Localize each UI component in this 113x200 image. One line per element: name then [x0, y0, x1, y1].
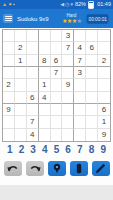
numpad-key-3[interactable]: 3 [30, 142, 36, 158]
sudoku-cell-r5c9[interactable] [98, 79, 110, 91]
status-bar: ▲ ✦ ▪ ◀ ◷ ▾ 82% 01:49 [0, 0, 113, 9]
pencil-icon [95, 163, 106, 174]
sudoku-cell-r4c8[interactable] [86, 67, 98, 79]
numpad-key-8[interactable]: 8 [89, 142, 95, 158]
sudoku-cell-r2c6[interactable]: 7 [62, 42, 74, 54]
sudoku-cell-r1c8[interactable] [86, 30, 98, 42]
sudoku-cell-r4c3[interactable] [27, 67, 39, 79]
sudoku-cell-r4c2[interactable] [15, 67, 27, 79]
redo-button[interactable] [26, 161, 44, 176]
sudoku-cell-r2c9[interactable] [98, 42, 110, 54]
sudoku-cell-r5c5[interactable] [51, 79, 63, 91]
sudoku-cell-r9c5[interactable] [51, 129, 63, 141]
battery-percent: 82% [75, 0, 86, 8]
sudoku-cell-r2c8[interactable]: 6 [86, 42, 98, 54]
sudoku-cell-r1c4[interactable] [39, 30, 51, 42]
sudoku-cell-r3c2[interactable]: 1 [15, 55, 27, 67]
sudoku-cell-r1c7[interactable] [74, 30, 86, 42]
sudoku-cell-r5c4[interactable]: 1 [39, 79, 51, 91]
sudoku-cell-r6c8[interactable] [86, 92, 98, 104]
sudoku-cell-r3c8[interactable] [86, 55, 98, 67]
sudoku-cell-r4c1[interactable] [3, 67, 15, 79]
sudoku-cell-r2c3[interactable] [27, 42, 39, 54]
numpad-key-5[interactable]: 5 [54, 142, 60, 158]
title-bar: Sudoku 9x9 Hard ★★★★ 00:00:01 [0, 9, 113, 28]
sudoku-cell-r6c7[interactable] [74, 92, 86, 104]
status-time: 01:49 [97, 0, 111, 8]
sudoku-cell-r7c9[interactable]: 6 [98, 104, 110, 116]
sudoku-cell-r7c7[interactable] [74, 104, 86, 116]
sudoku-cell-r6c3[interactable]: 6 [27, 92, 39, 104]
sudoku-cell-r8c8[interactable] [86, 116, 98, 128]
sudoku-cell-r8c3[interactable]: 7 [27, 116, 39, 128]
sudoku-board: 32746186727321964967149 [2, 29, 111, 142]
status-system-icons: ◀ ◷ ▾ 82% 01:49 [60, 0, 111, 9]
numpad-key-4[interactable]: 4 [42, 142, 48, 158]
sudoku-cell-r9c1[interactable] [3, 129, 15, 141]
sudoku-cell-r7c8[interactable] [86, 104, 98, 116]
sudoku-cell-r6c6[interactable] [62, 92, 74, 104]
sudoku-cell-r1c3[interactable] [27, 30, 39, 42]
sudoku-cell-r4c4[interactable] [39, 67, 51, 79]
sudoku-cell-r7c6[interactable] [62, 104, 74, 116]
sudoku-cell-r8c2[interactable] [15, 116, 27, 128]
sudoku-cell-r5c8[interactable] [86, 79, 98, 91]
numpad-key-1[interactable]: 1 [7, 142, 13, 158]
sudoku-cell-r2c7[interactable]: 4 [74, 42, 86, 54]
sudoku-cell-r6c1[interactable] [3, 92, 15, 104]
sudoku-cell-r1c6[interactable]: 3 [62, 30, 74, 42]
sudoku-cell-r3c1[interactable] [3, 55, 15, 67]
status-notification-icons: ▲ ✦ ▪ [2, 0, 15, 9]
sudoku-cell-r3c3[interactable] [27, 55, 39, 67]
sudoku-cell-r5c7[interactable] [74, 79, 86, 91]
sudoku-cell-r3c6[interactable] [62, 55, 74, 67]
pencil-button[interactable] [92, 161, 110, 176]
eraser-icon [74, 163, 84, 174]
sudoku-cell-r5c1[interactable]: 2 [3, 79, 15, 91]
sudoku-cell-r6c5[interactable] [51, 92, 63, 104]
sudoku-cell-r4c7[interactable]: 3 [74, 67, 86, 79]
toolbar [0, 161, 113, 176]
sudoku-cell-r1c1[interactable] [3, 30, 15, 42]
sudoku-cell-r3c9[interactable]: 2 [98, 55, 110, 67]
sudoku-cell-r9c8[interactable] [86, 129, 98, 141]
hint-pin-icon [53, 163, 61, 174]
sudoku-cell-r8c7[interactable] [74, 116, 86, 128]
sudoku-cell-r2c4[interactable] [39, 42, 51, 54]
sudoku-cell-r5c6[interactable]: 9 [62, 79, 74, 91]
sudoku-cell-r7c5[interactable] [51, 104, 63, 116]
notification-icon-2: ✦ [8, 0, 12, 9]
notification-icon-3: ▪ [13, 0, 15, 9]
alarm-icon: ◷ [65, 0, 69, 9]
sudoku-cell-r7c2[interactable] [15, 104, 27, 116]
star-filled-icon: ★ [72, 18, 77, 24]
hint-button[interactable] [48, 161, 66, 176]
sudoku-cell-r8c1[interactable] [3, 116, 15, 128]
numpad-key-2[interactable]: 2 [19, 142, 25, 158]
data-icon: ▾ [70, 0, 73, 9]
sudoku-cell-r1c2[interactable] [15, 30, 27, 42]
page-title: Sudoku 9x9 [17, 16, 49, 22]
sudoku-cell-r2c1[interactable] [3, 42, 15, 54]
battery-icon [88, 1, 94, 9]
sudoku-cell-r8c9[interactable]: 1 [98, 116, 110, 128]
silent-icon: ◀ [60, 0, 64, 9]
sudoku-cell-r7c3[interactable] [27, 104, 39, 116]
app-window: ▲ ✦ ▪ ◀ ◷ ▾ 82% 01:49 Sudoku 9x9 Hard ★★… [0, 0, 113, 200]
sudoku-cell-r7c1[interactable]: 9 [3, 104, 15, 116]
sudoku-cell-r6c4[interactable]: 4 [39, 92, 51, 104]
sudoku-cell-r9c4[interactable] [39, 129, 51, 141]
sudoku-cell-r1c5[interactable] [51, 30, 63, 42]
difficulty-label: Hard [67, 13, 77, 18]
hamburger-icon [5, 16, 12, 17]
sudoku-cell-r8c5[interactable] [51, 116, 63, 128]
redo-icon [29, 164, 41, 173]
sudoku-cell-r9c2[interactable] [15, 129, 27, 141]
notification-icon-1: ▲ [2, 0, 7, 9]
numpad-key-6[interactable]: 6 [65, 142, 71, 158]
undo-button[interactable] [4, 161, 22, 176]
star-empty-icon: ★ [77, 18, 82, 24]
sudoku-cell-r9c9[interactable]: 9 [98, 129, 110, 141]
sudoku-cell-r5c2[interactable] [15, 79, 27, 91]
spacer [0, 176, 113, 185]
difficulty-indicator: Hard ★★★★ [62, 13, 82, 24]
sudoku-cell-r4c5[interactable]: 7 [51, 67, 63, 79]
sudoku-cell-r5c3[interactable] [27, 79, 39, 91]
sudoku-cell-r9c6[interactable] [62, 129, 74, 141]
sudoku-cell-r3c4[interactable]: 8 [39, 55, 51, 67]
numpad-key-7[interactable]: 7 [77, 142, 83, 158]
sudoku-cell-r9c7[interactable] [74, 129, 86, 141]
sudoku-cell-r3c5[interactable]: 6 [51, 55, 63, 67]
ad-placeholder [0, 185, 113, 200]
menu-button[interactable] [3, 14, 13, 23]
undo-icon [7, 164, 19, 173]
sudoku-cell-r1c9[interactable] [98, 30, 110, 42]
sudoku-cell-r8c4[interactable] [39, 116, 51, 128]
sudoku-cell-r9c3[interactable]: 4 [27, 129, 39, 141]
sudoku-cell-r4c6[interactable] [62, 67, 74, 79]
sudoku-cell-r6c9[interactable] [98, 92, 110, 104]
number-pad: 123456789 [0, 142, 113, 158]
sudoku-cell-r7c4[interactable] [39, 104, 51, 116]
sudoku-cell-r3c7[interactable]: 7 [74, 55, 86, 67]
numpad-key-9[interactable]: 9 [100, 142, 106, 158]
sudoku-cell-r2c2[interactable]: 2 [15, 42, 27, 54]
sudoku-cell-r8c6[interactable] [62, 116, 74, 128]
eraser-button[interactable] [70, 161, 88, 176]
sudoku-cell-r6c2[interactable] [15, 92, 27, 104]
game-timer: 00:00:01 [86, 14, 108, 24]
sudoku-cell-r2c5[interactable] [51, 42, 63, 54]
sudoku-cell-r4c9[interactable] [98, 67, 110, 79]
difficulty-stars: ★★★★ [62, 18, 82, 24]
